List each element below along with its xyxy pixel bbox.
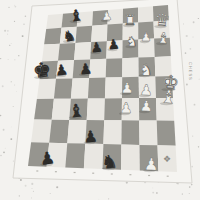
- piece-wp-e2: ♟: [139, 81, 153, 98]
- piece-glyph-c3: ♞: [126, 34, 138, 49]
- piece-glyph-f1: ♝: [160, 85, 178, 107]
- square-c6: [74, 42, 91, 60]
- square-g1: [157, 121, 176, 146]
- square-g2: [139, 121, 157, 146]
- piece-bp-d6: ♟: [78, 60, 92, 78]
- square-e6: [71, 78, 89, 99]
- chessboard-photo: ❖CHESS♟♝♛♜♞♝♟♞♟♟♚♟♟♞♚♟♟♝♟♟♝♟♞♟♟: [0, 0, 200, 200]
- piece-bb-a6: ♝: [68, 5, 84, 26]
- square-h6: [65, 143, 85, 168]
- square-g3: [121, 120, 139, 145]
- piece-bp-d7: ♟: [54, 60, 69, 78]
- piece-glyph-c2: ♟: [140, 30, 151, 44]
- piece-wp-a5: ♟: [101, 9, 113, 24]
- piece-wp-c2: ♟: [140, 30, 152, 44]
- square-d4: [106, 58, 123, 77]
- piece-bp-c4: ♟: [107, 37, 120, 53]
- piece-glyph-e2: ♟: [139, 81, 153, 98]
- piece-glyph-d2: ♞: [139, 60, 154, 80]
- piece-wb-f1: ♝: [160, 85, 178, 107]
- piece-bb-f6: ♝: [67, 99, 85, 122]
- piece-bn-h4: ♞: [101, 150, 119, 172]
- piece-glyph-e3: ♟: [120, 79, 133, 96]
- piece-wb-c1: ♝: [156, 29, 171, 47]
- square-a8: [46, 14, 63, 29]
- piece-wp-e3: ♟: [120, 79, 134, 96]
- piece-wn-c3: ♞: [126, 34, 139, 49]
- piece-glyph-b6: ♞: [62, 26, 77, 45]
- piece-glyph-d8: ♚: [31, 57, 52, 83]
- piece-wp-f2: ♟: [139, 97, 153, 114]
- piece-glyph-a5: ♟: [101, 9, 113, 24]
- vinyl-border-text: CHESS: [188, 62, 193, 81]
- piece-glyph-h7: ♟: [39, 147, 56, 168]
- piece-glyph-d6: ♟: [78, 60, 92, 78]
- piece-glyph-f2: ♟: [139, 97, 153, 114]
- piece-glyph-c5: ♟: [90, 40, 103, 56]
- piece-glyph-b3: ♜: [123, 11, 136, 28]
- square-g4: [103, 120, 121, 144]
- square-g8: [31, 120, 52, 143]
- piece-glyph-h4: ♞: [101, 150, 119, 172]
- square-h3: [121, 145, 140, 171]
- piece-glyph-f3: ♟: [119, 99, 132, 116]
- board-scene: ❖CHESS♟♝♛♜♞♝♟♞♟♟♚♟♟♞♚♟♟♝♟♟♝♟♞♟♟: [0, 0, 200, 200]
- square-f8: [34, 99, 54, 120]
- piece-glyph-f6: ♝: [67, 99, 85, 122]
- piece-bp-h7: ♟: [39, 147, 56, 168]
- piece-glyph-d7: ♟: [54, 60, 69, 78]
- square-c7: [58, 43, 76, 61]
- piece-glyph-g5: ♟: [83, 127, 98, 147]
- square-e7: [54, 78, 73, 98]
- piece-bk-d8: ♚: [31, 57, 52, 83]
- square-f5: [87, 98, 105, 120]
- square-a2: [138, 6, 154, 22]
- piece-bp-c5: ♟: [90, 40, 103, 56]
- piece-glyph-c4: ♟: [107, 37, 120, 53]
- square-e5: [88, 78, 106, 99]
- piece-wn-d2: ♞: [139, 60, 154, 80]
- square-g7: [49, 120, 69, 143]
- piece-glyph-b1: ♛: [154, 10, 170, 31]
- piece-bn-b6: ♞: [62, 26, 77, 45]
- piece-wq-b1: ♛: [154, 10, 170, 31]
- piece-bp-g5: ♟: [83, 127, 98, 147]
- piece-glyph-h2: ♟: [143, 154, 159, 175]
- piece-glyph-c1: ♝: [156, 29, 170, 47]
- piece-wr-b3: ♜: [123, 11, 137, 28]
- square-b8: [44, 28, 61, 45]
- vinyl-logo-icon: ❖: [163, 154, 171, 164]
- piece-glyph-a6: ♝: [68, 5, 84, 26]
- piece-wp-f3: ♟: [119, 99, 133, 116]
- piece-wp-h2: ♟: [143, 154, 159, 175]
- square-d3: [122, 58, 139, 78]
